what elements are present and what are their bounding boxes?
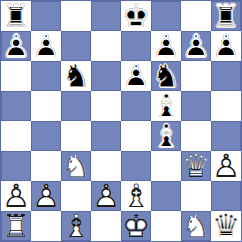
piece-glyph-line: ♙ [151,31,181,61]
square-e4[interactable] [121,121,151,151]
piece-black-pawn[interactable]: ♟♙ [31,31,61,61]
square-e5[interactable] [121,91,151,121]
piece-glyph-line: ♗ [151,91,181,121]
piece-white-pawn[interactable]: ♟♙ [31,181,61,211]
square-h1[interactable]: ♛♕ [211,211,241,241]
square-c3[interactable]: ♞♘ [61,151,91,181]
square-f4[interactable]: ♝♗ [151,121,181,151]
piece-black-pawn[interactable]: ♟♙ [1,31,31,61]
chess-board: ♜♖♚♔♜♖♟♙♟♙♟♙♟♙♟♙♞♘♟♙♞♘♝♗♝♗♞♘♛♕♟♙♟♙♟♙♟♙♝♗… [0,0,242,242]
piece-black-rook[interactable]: ♜♖ [1,1,31,31]
piece-glyph-line: ♙ [1,181,31,211]
square-c2[interactable] [61,181,91,211]
piece-glyph-fill: ♞ [61,61,91,91]
piece-white-bishop[interactable]: ♝♗ [121,181,151,211]
square-e7[interactable] [121,31,151,61]
piece-black-knight[interactable]: ♞♘ [61,61,91,91]
piece-glyph-fill: ♜ [211,1,241,31]
square-a8[interactable]: ♜♖ [1,1,31,31]
square-c7[interactable] [61,31,91,61]
square-h7[interactable]: ♟♙ [211,31,241,61]
square-c6[interactable]: ♞♘ [61,61,91,91]
piece-glyph-line: ♙ [121,61,151,91]
square-b5[interactable] [31,91,61,121]
piece-black-bishop[interactable]: ♝♗ [151,121,181,151]
square-a3[interactable] [1,151,31,181]
piece-black-pawn[interactable]: ♟♙ [151,31,181,61]
square-g7[interactable]: ♟♙ [181,31,211,61]
square-f2[interactable] [151,181,181,211]
square-d8[interactable] [91,1,121,31]
square-f6[interactable]: ♞♘ [151,61,181,91]
piece-glyph-fill: ♟ [1,31,31,61]
piece-glyph-fill: ♞ [151,61,181,91]
square-d5[interactable] [91,91,121,121]
square-b6[interactable] [31,61,61,91]
piece-white-pawn[interactable]: ♟♙ [1,181,31,211]
piece-glyph-line: ♖ [211,1,241,31]
square-d4[interactable] [91,121,121,151]
square-b3[interactable] [31,151,61,181]
square-h2[interactable] [211,181,241,211]
square-g6[interactable] [181,61,211,91]
piece-glyph-line: ♗ [151,121,181,151]
square-b2[interactable]: ♟♙ [31,181,61,211]
piece-glyph-line: ♔ [121,1,151,31]
piece-glyph-line: ♔ [121,211,151,241]
piece-glyph-fill: ♞ [181,211,211,241]
piece-glyph-fill: ♚ [121,1,151,31]
piece-glyph-fill: ♜ [1,1,31,31]
piece-white-king[interactable]: ♚♔ [121,211,151,241]
square-d7[interactable] [91,31,121,61]
square-b8[interactable] [31,1,61,31]
square-g4[interactable] [181,121,211,151]
piece-glyph-line: ♙ [31,31,61,61]
piece-glyph-fill: ♟ [151,31,181,61]
square-a7[interactable]: ♟♙ [1,31,31,61]
piece-glyph-fill: ♚ [121,211,151,241]
piece-glyph-line: ♘ [61,151,91,181]
square-e8[interactable]: ♚♔ [121,1,151,31]
piece-white-knight[interactable]: ♞♘ [181,211,211,241]
piece-white-knight[interactable]: ♞♘ [61,151,91,181]
square-g5[interactable] [181,91,211,121]
square-d2[interactable]: ♟♙ [91,181,121,211]
square-g2[interactable] [181,181,211,211]
piece-glyph-line: ♙ [1,31,31,61]
piece-glyph-line: ♘ [61,61,91,91]
piece-white-queen[interactable]: ♛♕ [181,151,211,181]
piece-white-pawn[interactable]: ♟♙ [211,151,241,181]
square-c4[interactable] [61,121,91,151]
square-g8[interactable] [181,1,211,31]
square-a6[interactable] [1,61,31,91]
piece-glyph-line: ♙ [211,151,241,181]
piece-glyph-fill: ♟ [31,181,61,211]
piece-white-rook[interactable]: ♜♖ [1,211,31,241]
piece-glyph-line: ♙ [91,181,121,211]
square-a1[interactable]: ♜♖ [1,211,31,241]
square-a4[interactable] [1,121,31,151]
square-d1[interactable] [91,211,121,241]
piece-glyph-fill: ♟ [31,31,61,61]
piece-glyph-line: ♖ [1,1,31,31]
square-f7[interactable]: ♟♙ [151,31,181,61]
square-e6[interactable]: ♟♙ [121,61,151,91]
piece-glyph-fill: ♞ [61,151,91,181]
square-c8[interactable] [61,1,91,31]
piece-black-pawn[interactable]: ♟♙ [181,31,211,61]
square-f1[interactable] [151,211,181,241]
square-g3[interactable]: ♛♕ [181,151,211,181]
piece-white-bishop[interactable]: ♝♗ [61,211,91,241]
piece-black-pawn[interactable]: ♟♙ [121,61,151,91]
piece-glyph-fill: ♛ [211,211,241,241]
square-f8[interactable] [151,1,181,31]
piece-glyph-line: ♗ [61,211,91,241]
piece-glyph-fill: ♝ [151,121,181,151]
square-e1[interactable]: ♚♔ [121,211,151,241]
piece-black-pawn[interactable]: ♟♙ [211,31,241,61]
piece-glyph-fill: ♟ [1,181,31,211]
square-h5[interactable] [211,91,241,121]
piece-glyph-fill: ♟ [91,181,121,211]
piece-black-rook[interactable]: ♜♖ [211,1,241,31]
piece-glyph-line: ♙ [211,31,241,61]
square-c1[interactable]: ♝♗ [61,211,91,241]
piece-glyph-fill: ♟ [211,151,241,181]
square-h6[interactable] [211,61,241,91]
piece-black-king[interactable]: ♚♔ [121,1,151,31]
piece-glyph-line: ♖ [1,211,31,241]
piece-glyph-fill: ♛ [181,151,211,181]
square-e3[interactable] [121,151,151,181]
piece-black-bishop[interactable]: ♝♗ [151,91,181,121]
piece-glyph-fill: ♜ [1,211,31,241]
square-d3[interactable] [91,151,121,181]
piece-glyph-line: ♘ [151,61,181,91]
piece-glyph-fill: ♝ [121,181,151,211]
square-c5[interactable] [61,91,91,121]
piece-glyph-line: ♕ [181,151,211,181]
square-a2[interactable]: ♟♙ [1,181,31,211]
piece-glyph-line: ♙ [31,181,61,211]
piece-glyph-line: ♕ [211,211,241,241]
square-e2[interactable]: ♝♗ [121,181,151,211]
piece-glyph-fill: ♟ [181,31,211,61]
piece-glyph-fill: ♝ [151,91,181,121]
square-h8[interactable]: ♜♖ [211,1,241,31]
square-b1[interactable] [31,211,61,241]
square-f5[interactable]: ♝♗ [151,91,181,121]
piece-glyph-line: ♙ [181,31,211,61]
square-b4[interactable] [31,121,61,151]
square-b7[interactable]: ♟♙ [31,31,61,61]
piece-glyph-line: ♘ [181,211,211,241]
piece-white-pawn[interactable]: ♟♙ [91,181,121,211]
square-f3[interactable] [151,151,181,181]
square-h4[interactable] [211,121,241,151]
piece-glyph-line: ♗ [121,181,151,211]
square-h3[interactable]: ♟♙ [211,151,241,181]
square-d6[interactable] [91,61,121,91]
square-a5[interactable] [1,91,31,121]
piece-glyph-fill: ♝ [61,211,91,241]
piece-glyph-fill: ♟ [211,31,241,61]
piece-black-knight[interactable]: ♞♘ [151,61,181,91]
square-g1[interactable]: ♞♘ [181,211,211,241]
piece-glyph-fill: ♟ [121,61,151,91]
piece-black-queen[interactable]: ♛♕ [211,211,241,241]
